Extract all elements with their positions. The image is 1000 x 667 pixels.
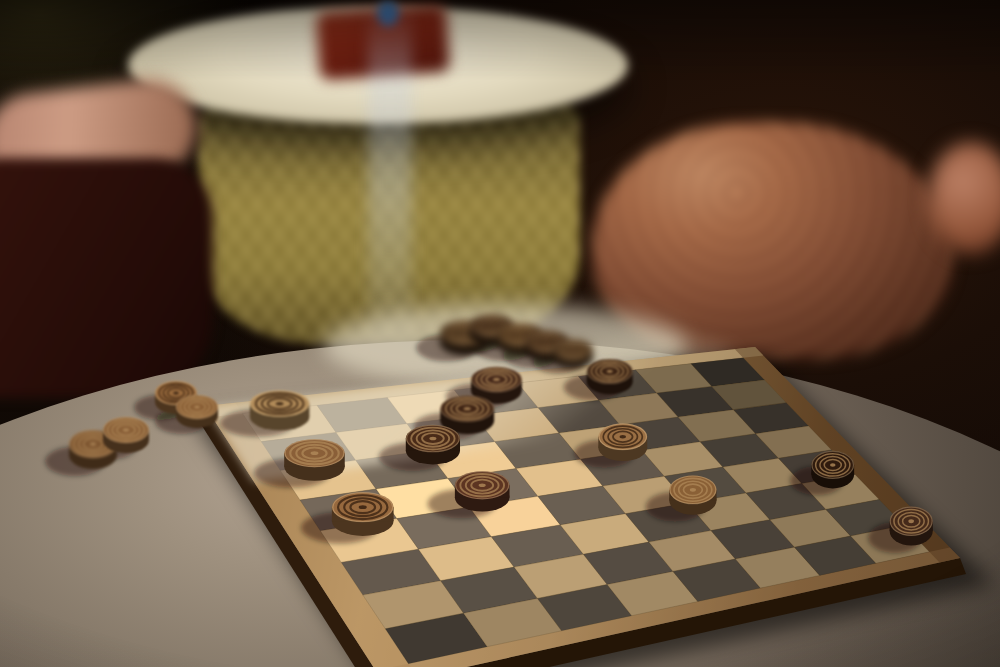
checkers-board [0, 0, 1000, 667]
photo-checkers-scene [0, 0, 1000, 667]
